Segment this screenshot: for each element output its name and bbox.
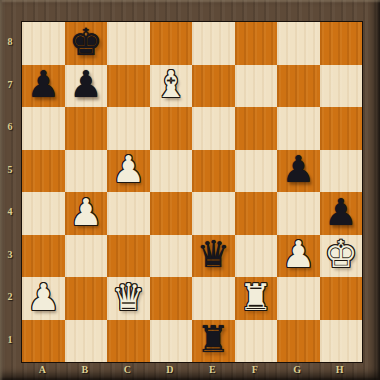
square-c6[interactable]	[107, 107, 150, 150]
white-pawn-b4[interactable]: ♟	[69, 194, 102, 231]
square-e3[interactable]: ♛	[192, 235, 235, 278]
square-c1[interactable]	[107, 320, 150, 363]
square-f2[interactable]: ♜	[235, 277, 278, 320]
square-a2[interactable]: ♟	[22, 277, 65, 320]
square-f6[interactable]	[235, 107, 278, 150]
square-f7[interactable]	[235, 65, 278, 108]
square-h6[interactable]	[320, 107, 363, 150]
rank-label-5: 5	[0, 149, 20, 192]
square-d6[interactable]	[150, 107, 193, 150]
file-label-f: F	[234, 361, 277, 380]
square-h2[interactable]	[320, 277, 363, 320]
square-d8[interactable]	[150, 22, 193, 65]
white-bishop-d7[interactable]: ♝	[154, 66, 187, 103]
square-d2[interactable]	[150, 277, 193, 320]
square-a8[interactable]	[22, 22, 65, 65]
black-pawn-g5[interactable]: ♟	[282, 151, 315, 188]
square-g6[interactable]	[277, 107, 320, 150]
black-rook-e1[interactable]: ♜	[197, 321, 230, 358]
square-e6[interactable]	[192, 107, 235, 150]
square-b7[interactable]: ♟	[65, 65, 108, 108]
square-b2[interactable]	[65, 277, 108, 320]
file-label-d: D	[149, 361, 192, 380]
square-f1[interactable]	[235, 320, 278, 363]
square-e5[interactable]	[192, 150, 235, 193]
square-d5[interactable]	[150, 150, 193, 193]
file-label-b: B	[64, 361, 107, 380]
black-king-b8[interactable]: ♚	[69, 24, 102, 61]
square-a1[interactable]	[22, 320, 65, 363]
rank-label-8: 8	[0, 21, 20, 64]
square-b4[interactable]: ♟	[65, 192, 108, 235]
square-e1[interactable]: ♜	[192, 320, 235, 363]
square-a4[interactable]	[22, 192, 65, 235]
black-pawn-b7[interactable]: ♟	[69, 66, 102, 103]
square-b5[interactable]	[65, 150, 108, 193]
chess-board: ♚♟♟♝♟♟♟♟♛♟♚♟♛♜♜	[21, 21, 363, 363]
square-g3[interactable]: ♟	[277, 235, 320, 278]
square-e7[interactable]	[192, 65, 235, 108]
square-g5[interactable]: ♟	[277, 150, 320, 193]
square-g8[interactable]	[277, 22, 320, 65]
white-rook-f2[interactable]: ♜	[239, 279, 272, 316]
rank-label-3: 3	[0, 234, 20, 277]
square-h3[interactable]: ♚	[320, 235, 363, 278]
white-pawn-g3[interactable]: ♟	[282, 236, 315, 273]
square-a7[interactable]: ♟	[22, 65, 65, 108]
square-f4[interactable]	[235, 192, 278, 235]
square-c8[interactable]	[107, 22, 150, 65]
white-pawn-c5[interactable]: ♟	[112, 151, 145, 188]
square-e2[interactable]	[192, 277, 235, 320]
square-a6[interactable]	[22, 107, 65, 150]
white-pawn-a2[interactable]: ♟	[27, 279, 60, 316]
square-b1[interactable]	[65, 320, 108, 363]
square-b8[interactable]: ♚	[65, 22, 108, 65]
rank-label-1: 1	[0, 319, 20, 362]
square-e8[interactable]	[192, 22, 235, 65]
board-frame: ♚♟♟♝♟♟♟♟♛♟♚♟♛♜♜ 87654321ABCDEFGH	[0, 0, 380, 380]
square-c3[interactable]	[107, 235, 150, 278]
square-d4[interactable]	[150, 192, 193, 235]
black-pawn-a7[interactable]: ♟	[27, 66, 60, 103]
black-pawn-h4[interactable]: ♟	[324, 194, 357, 231]
square-g4[interactable]	[277, 192, 320, 235]
file-label-e: E	[191, 361, 234, 380]
rank-label-2: 2	[0, 276, 20, 319]
rank-label-4: 4	[0, 191, 20, 234]
square-h8[interactable]	[320, 22, 363, 65]
square-d1[interactable]	[150, 320, 193, 363]
square-b6[interactable]	[65, 107, 108, 150]
square-c7[interactable]	[107, 65, 150, 108]
rank-label-7: 7	[0, 64, 20, 107]
file-label-a: A	[21, 361, 64, 380]
square-f5[interactable]	[235, 150, 278, 193]
square-h7[interactable]	[320, 65, 363, 108]
square-f3[interactable]	[235, 235, 278, 278]
square-g2[interactable]	[277, 277, 320, 320]
square-d3[interactable]	[150, 235, 193, 278]
square-d7[interactable]: ♝	[150, 65, 193, 108]
file-label-h: H	[319, 361, 362, 380]
square-c2[interactable]: ♛	[107, 277, 150, 320]
square-c5[interactable]: ♟	[107, 150, 150, 193]
square-h5[interactable]	[320, 150, 363, 193]
square-g7[interactable]	[277, 65, 320, 108]
square-h4[interactable]: ♟	[320, 192, 363, 235]
square-c4[interactable]	[107, 192, 150, 235]
square-f8[interactable]	[235, 22, 278, 65]
file-label-c: C	[106, 361, 149, 380]
black-queen-e3[interactable]: ♛	[197, 236, 230, 273]
file-label-g: G	[276, 361, 319, 380]
square-b3[interactable]	[65, 235, 108, 278]
rank-label-6: 6	[0, 106, 20, 149]
square-g1[interactable]	[277, 320, 320, 363]
square-h1[interactable]	[320, 320, 363, 363]
white-queen-c2[interactable]: ♛	[112, 279, 145, 316]
square-a5[interactable]	[22, 150, 65, 193]
white-king-h3[interactable]: ♚	[324, 236, 357, 273]
square-a3[interactable]	[22, 235, 65, 278]
square-e4[interactable]	[192, 192, 235, 235]
